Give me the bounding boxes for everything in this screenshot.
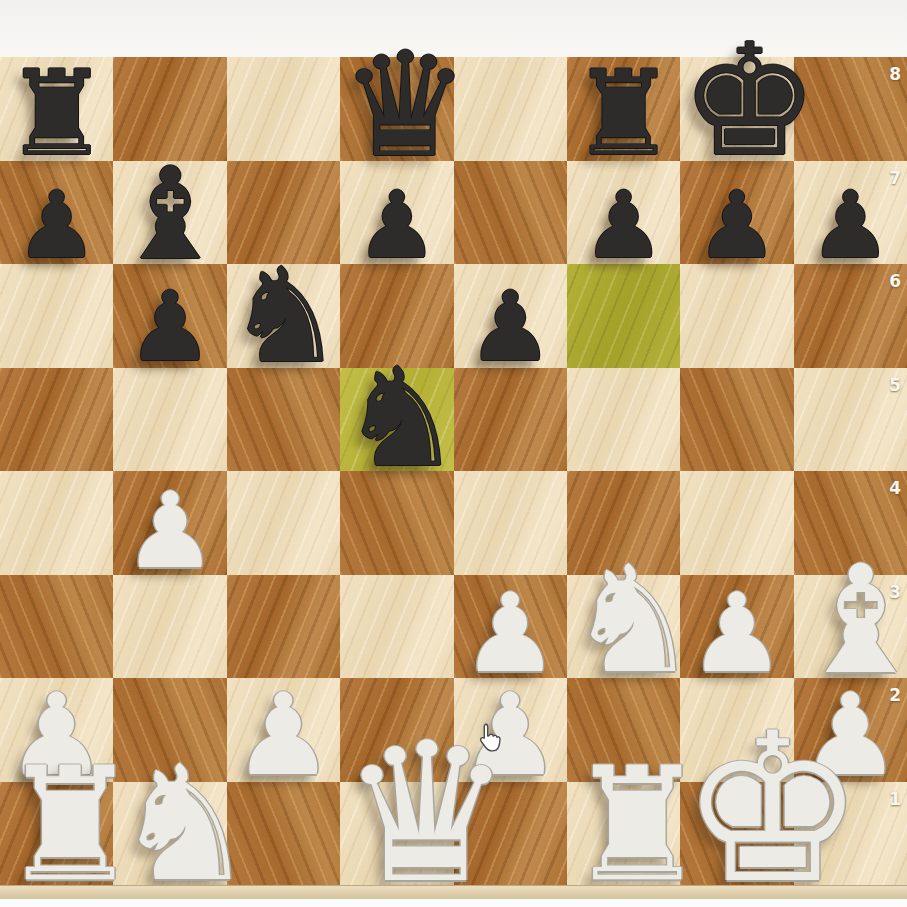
board-front-edge [0,885,907,899]
piece-white-rook-f1[interactable]: ♜ [567,747,680,904]
piece-white-king-g1[interactable]: ♚ [680,706,793,907]
square-c3[interactable] [227,575,340,679]
square-a5[interactable] [0,368,113,472]
piece-black-pawn-d7[interactable]: ♟ [340,179,453,271]
piece-black-rook-a8[interactable]: ♜ [0,55,113,173]
square-a3[interactable] [0,575,113,679]
piece-black-pawn-e6[interactable]: ♟ [454,279,567,376]
square-e7[interactable] [454,161,567,265]
piece-black-pawn-f7[interactable]: ♟ [567,179,680,271]
square-e5[interactable] [454,368,567,472]
square-a4[interactable] [0,471,113,575]
square-c8[interactable] [227,57,340,161]
piece-black-knight-d5[interactable]: ♞ [340,350,453,486]
piece-white-knight-b1[interactable]: ♞ [113,745,226,904]
piece-black-bishop-b7[interactable]: ♝ [113,151,226,278]
rank-label: 4 [889,478,901,498]
piece-black-king-g8[interactable]: ♚ [680,24,793,179]
square-h6[interactable]: 6 [794,264,907,368]
rank-label: 8 [889,64,901,84]
piece-black-pawn-g7[interactable]: ♟ [680,179,793,271]
piece-white-pawn-g3[interactable]: ♟ [680,579,793,688]
square-f6[interactable] [567,264,680,368]
chess-board: 87654321♜♛♜♚♟♝♟♟♟♟♟♞♟♞♟♟♞♟♝♟♟♟♟♜♞♛♜♚ [0,57,907,885]
square-a6[interactable] [0,264,113,368]
square-e4[interactable] [454,471,567,575]
app-window: 87654321♜♛♜♚♟♝♟♟♟♟♟♞♟♞♟♟♞♟♝♟♟♟♟♜♞♛♜♚ [0,0,907,907]
piece-white-queen-d1[interactable]: ♛ [340,717,453,907]
piece-black-rook-f8[interactable]: ♜ [567,55,680,173]
piece-black-pawn-b6[interactable]: ♟ [113,279,226,376]
hand-pointer-cursor [476,722,502,760]
square-f5[interactable] [567,368,680,472]
rank-label: 5 [889,375,901,395]
piece-white-pawn-b4[interactable]: ♟ [113,479,226,584]
piece-black-queen-d8[interactable]: ♛ [340,33,453,177]
piece-black-pawn-h7[interactable]: ♟ [794,179,907,271]
piece-black-knight-c6[interactable]: ♞ [227,251,340,382]
piece-black-pawn-a7[interactable]: ♟ [0,179,113,271]
square-g6[interactable] [680,264,793,368]
piece-white-knight-f3[interactable]: ♞ [567,547,680,695]
square-g5[interactable] [680,368,793,472]
square-e8[interactable] [454,57,567,161]
piece-white-rook-a1[interactable]: ♜ [0,747,113,904]
square-h5[interactable]: 5 [794,368,907,472]
square-b5[interactable] [113,368,226,472]
square-c4[interactable] [227,471,340,575]
square-d3[interactable] [340,575,453,679]
